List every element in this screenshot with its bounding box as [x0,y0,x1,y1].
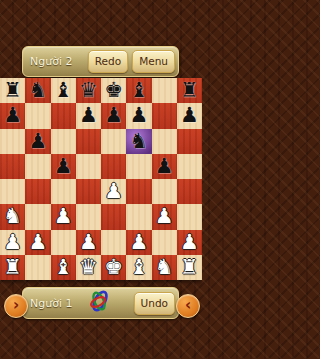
square-d8[interactable]: ♛ [76,78,101,103]
square-b1[interactable] [25,255,50,280]
square-b8[interactable]: ♞ [25,78,50,103]
square-a7[interactable]: ♟ [0,103,25,128]
square-d1[interactable]: ♛ [76,255,101,280]
player1-label: Người 1 [30,297,72,310]
piece-bP: ♟ [54,156,73,177]
square-g2[interactable] [152,230,177,255]
square-b7[interactable] [25,103,50,128]
square-d4[interactable] [76,179,101,204]
square-e4[interactable]: ♟ [101,179,126,204]
piece-bB: ♝ [129,80,148,101]
square-g3[interactable]: ♟ [152,204,177,229]
square-e6[interactable] [101,129,126,154]
piece-wR: ♜ [3,257,22,278]
square-e8[interactable]: ♚ [101,78,126,103]
square-h6[interactable] [177,129,202,154]
square-h8[interactable]: ♜ [177,78,202,103]
square-h3[interactable] [177,204,202,229]
square-a2[interactable]: ♟ [0,230,25,255]
square-a1[interactable]: ♜ [0,255,25,280]
piece-bN: ♞ [28,80,47,101]
bottom-player-bar: Người 1 Undo [22,287,179,319]
right-back-arrow-button[interactable]: ‹ [176,294,200,318]
piece-wP: ♟ [155,206,174,227]
redo-button[interactable]: Redo [88,50,128,73]
square-h4[interactable] [177,179,202,204]
square-c2[interactable] [51,230,76,255]
square-b3[interactable] [25,204,50,229]
piece-bP: ♟ [79,105,98,126]
square-h2[interactable]: ♟ [177,230,202,255]
piece-bP: ♟ [180,105,199,126]
square-b6[interactable]: ♟ [25,129,50,154]
square-e5[interactable] [101,154,126,179]
square-g1[interactable]: ♞ [152,255,177,280]
square-e2[interactable] [101,230,126,255]
left-forward-arrow-button[interactable]: › [4,294,28,318]
square-f6[interactable]: ♞ [126,129,151,154]
square-g7[interactable] [152,103,177,128]
piece-bP: ♟ [28,131,47,152]
piece-bQ: ♛ [79,80,98,101]
square-c4[interactable] [51,179,76,204]
piece-bK: ♚ [104,80,123,101]
piece-wB: ♝ [54,257,73,278]
piece-wP: ♟ [54,206,73,227]
square-b5[interactable] [25,154,50,179]
square-d3[interactable] [76,204,101,229]
piece-wN: ♞ [3,206,22,227]
undo-button[interactable]: Undo [134,292,175,315]
menu-button[interactable]: Menu [132,50,175,73]
interlocked-rings-icon [88,287,112,319]
piece-wP: ♟ [28,232,47,253]
square-f3[interactable] [126,204,151,229]
piece-bB: ♝ [54,80,73,101]
square-e1[interactable]: ♚ [101,255,126,280]
piece-wP: ♟ [3,232,22,253]
piece-wN: ♞ [155,257,174,278]
chess-board[interactable]: ♜♞♝♛♚♝♜♟♟♟♟♟♟♞♟♟♟♞♟♟♟♟♟♟♟♜♝♛♚♝♞♜ [0,78,202,280]
square-a3[interactable]: ♞ [0,204,25,229]
square-d2[interactable]: ♟ [76,230,101,255]
piece-wP: ♟ [104,181,123,202]
square-a4[interactable] [0,179,25,204]
player2-label: Người 2 [30,55,72,68]
square-f4[interactable] [126,179,151,204]
square-g5[interactable]: ♟ [152,154,177,179]
square-c1[interactable]: ♝ [51,255,76,280]
square-g4[interactable] [152,179,177,204]
square-c3[interactable]: ♟ [51,204,76,229]
square-e7[interactable]: ♟ [101,103,126,128]
square-c6[interactable] [51,129,76,154]
square-g8[interactable] [152,78,177,103]
piece-wP: ♟ [180,232,199,253]
square-e3[interactable] [101,204,126,229]
square-g6[interactable] [152,129,177,154]
square-d5[interactable] [76,154,101,179]
piece-wK: ♚ [104,257,123,278]
square-d7[interactable]: ♟ [76,103,101,128]
square-f2[interactable]: ♟ [126,230,151,255]
top-player-bar: Người 2 Redo Menu [22,46,179,77]
piece-bP: ♟ [155,156,174,177]
piece-wP: ♟ [79,232,98,253]
square-a8[interactable]: ♜ [0,78,25,103]
piece-bR: ♜ [3,80,22,101]
piece-wP: ♟ [129,232,148,253]
square-c5[interactable]: ♟ [51,154,76,179]
piece-wB: ♝ [129,257,148,278]
square-h7[interactable]: ♟ [177,103,202,128]
square-f8[interactable]: ♝ [126,78,151,103]
square-a6[interactable] [0,129,25,154]
square-b4[interactable] [25,179,50,204]
piece-bP: ♟ [129,105,148,126]
square-c7[interactable] [51,103,76,128]
piece-bP: ♟ [3,105,22,126]
piece-bR: ♜ [180,80,199,101]
piece-wQ: ♛ [79,257,98,278]
square-f7[interactable]: ♟ [126,103,151,128]
square-d6[interactable] [76,129,101,154]
square-h5[interactable] [177,154,202,179]
square-f5[interactable] [126,154,151,179]
square-c8[interactable]: ♝ [51,78,76,103]
square-a5[interactable] [0,154,25,179]
piece-wR: ♜ [180,257,199,278]
piece-bP: ♟ [104,105,123,126]
square-h1[interactable]: ♜ [177,255,202,280]
square-f1[interactable]: ♝ [126,255,151,280]
piece-bN: ♞ [129,131,148,152]
square-b2[interactable]: ♟ [25,230,50,255]
